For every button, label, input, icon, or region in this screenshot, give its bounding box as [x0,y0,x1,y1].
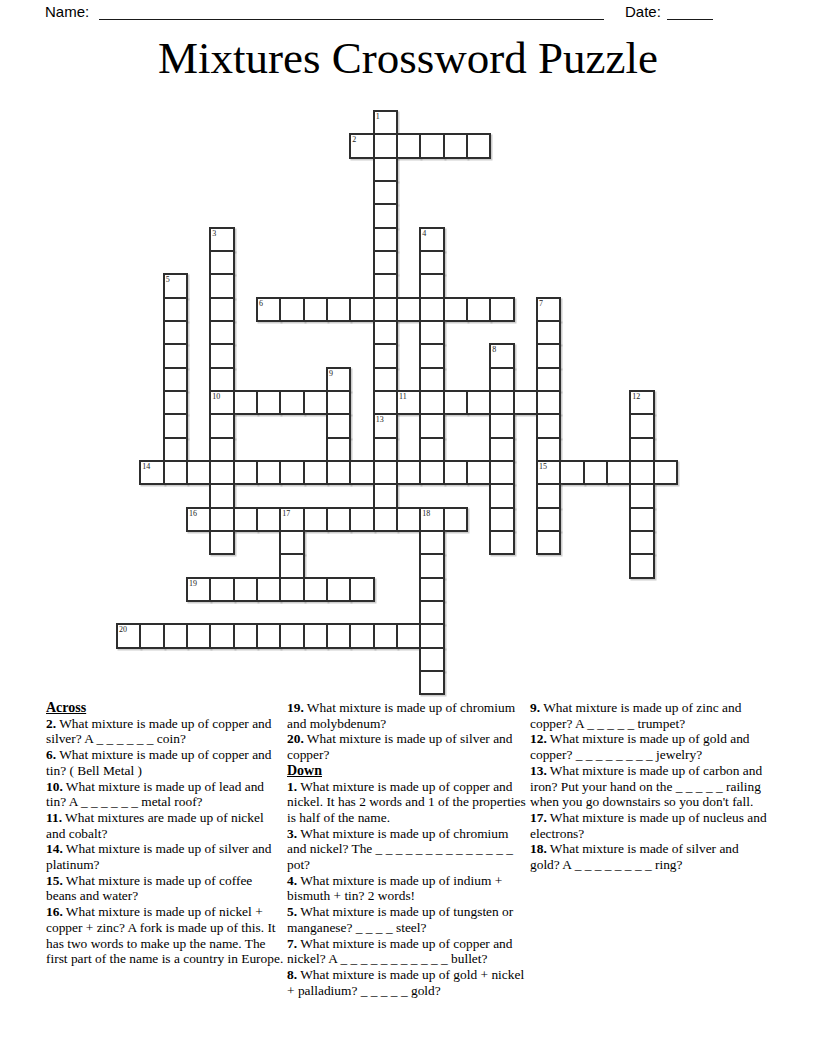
cell-r11c4[interactable] [209,367,234,392]
clue-across-20: 20. What mixture is made up of silver an… [287,731,527,762]
clue-down-1: 1. What mixture is made up of copper and… [287,779,527,826]
cell-r12c5[interactable] [233,390,258,415]
clue-across-2: 2. What mixture is made up of copper and… [46,716,286,747]
clue-number-20: 20 [119,625,127,634]
cell-r15c23[interactable] [653,460,678,485]
cell-r13c2[interactable] [163,413,188,438]
cell-r12c15[interactable] [466,390,491,415]
cell-r16c18[interactable] [536,483,561,508]
name-label: Name: [45,3,89,20]
worksheet-header: Name: Date: [0,0,816,28]
cell-r10c4[interactable] [209,343,234,368]
cell-r16c4[interactable] [209,483,234,508]
clue-number-19: 19 [189,579,197,588]
cell-r15c14[interactable] [443,460,468,485]
clue-number-9: 9 [329,369,333,378]
cell-r15c18[interactable]: 15 [536,460,561,485]
clue-number-16: 16 [189,509,197,518]
cell-r17c7[interactable]: 17 [279,507,304,532]
cell-r16c16[interactable] [489,483,514,508]
cell-r8c13[interactable] [419,297,444,322]
cell-r13c16[interactable] [489,413,514,438]
cell-r15c6[interactable] [256,460,281,485]
cell-r9c11[interactable] [373,320,398,345]
cell-r1c12[interactable] [396,133,421,158]
name-fill-line[interactable] [99,3,604,20]
clue-number-7: 7 [539,299,543,308]
cell-r15c22[interactable] [629,460,654,485]
cell-r20c6[interactable] [256,577,281,602]
cell-r9c13[interactable] [419,320,444,345]
cell-r8c9[interactable] [326,297,351,322]
cell-r10c2[interactable] [163,343,188,368]
cell-r12c8[interactable] [303,390,328,415]
cell-r17c5[interactable] [233,507,258,532]
cell-r14c16[interactable] [489,437,514,462]
clue-number-12: 12 [632,392,640,401]
cell-r15c2[interactable] [163,460,188,485]
clue-down-9: 9. What mixture is made up of zinc and c… [530,700,770,731]
cell-r1c15[interactable] [466,133,491,158]
cell-r22c0[interactable]: 20 [116,623,141,648]
cell-r5c13[interactable]: 4 [419,227,444,252]
cell-r17c9[interactable] [326,507,351,532]
cell-r13c13[interactable] [419,413,444,438]
clue-number-1: 1 [376,112,380,121]
cell-r12c22[interactable]: 12 [629,390,654,415]
cell-r11c16[interactable] [489,367,514,392]
cell-r24c13[interactable] [419,670,444,695]
cell-r12c7[interactable] [279,390,304,415]
cell-r9c4[interactable] [209,320,234,345]
cell-r20c5[interactable] [233,577,258,602]
cell-r15c4[interactable] [209,460,234,485]
cell-r17c11[interactable] [373,507,398,532]
cell-r22c1[interactable] [139,623,164,648]
cell-r13c9[interactable] [326,413,351,438]
clue-across-10: 10. What mixture is made up of lead and … [46,779,286,810]
cell-r8c11[interactable] [373,297,398,322]
cell-r15c10[interactable] [349,460,374,485]
cell-r8c16[interactable] [489,297,514,322]
clue-number-6: 6 [259,299,263,308]
cell-r13c11[interactable]: 13 [373,413,398,438]
cell-r22c9[interactable] [326,623,351,648]
cell-r1c13[interactable] [419,133,444,158]
clue-number-13: 13 [376,415,384,424]
cell-r15c20[interactable] [583,460,608,485]
cell-r14c9[interactable] [326,437,351,462]
cell-r18c13[interactable] [419,530,444,555]
cell-r19c7[interactable] [279,553,304,578]
date-fill-line[interactable] [667,3,713,20]
clue-column-1: Across2. What mixture is made up of copp… [46,700,286,967]
clue-number-14: 14 [142,462,150,471]
cell-r17c10[interactable] [349,507,374,532]
cell-r15c3[interactable] [186,460,211,485]
cell-r15c11[interactable] [373,460,398,485]
cell-r3c11[interactable] [373,180,398,205]
cell-r4c11[interactable] [373,203,398,228]
cell-r6c13[interactable] [419,250,444,275]
clue-across-16: 16. What mixture is made up of nickel + … [46,904,286,967]
cell-r22c6[interactable] [256,623,281,648]
cell-r8c10[interactable] [349,297,374,322]
clue-number-4: 4 [422,229,426,238]
cell-r15c21[interactable] [606,460,631,485]
cell-r12c16[interactable] [489,390,514,415]
worksheet-page: Name: Date: Mixtures Crossword Puzzle 12… [0,0,816,1056]
clue-across-15: 15. What mixture is made up of coffee be… [46,873,286,904]
cell-r8c4[interactable] [209,297,234,322]
cell-r7c4[interactable] [209,273,234,298]
clue-across-14: 14. What mixture is made up of silver an… [46,841,286,872]
cell-r7c11[interactable] [373,273,398,298]
cell-r10c11[interactable] [373,343,398,368]
cell-r22c4[interactable] [209,623,234,648]
page-title: Mixtures Crossword Puzzle [0,32,816,84]
cell-r17c22[interactable] [629,507,654,532]
cell-r20c13[interactable] [419,577,444,602]
cell-r8c2[interactable] [163,297,188,322]
cell-r15c12[interactable] [396,460,421,485]
cell-r15c15[interactable] [466,460,491,485]
cell-r6c11[interactable] [373,250,398,275]
clue-down-7: 7. What mixture is made up of copper and… [287,936,527,967]
cell-r22c3[interactable] [186,623,211,648]
cell-r23c13[interactable] [419,647,444,672]
cell-r17c3[interactable]: 16 [186,507,211,532]
cell-r17c6[interactable] [256,507,281,532]
clue-number-15: 15 [539,462,547,471]
cell-r7c13[interactable] [419,273,444,298]
cell-r12c18[interactable] [536,390,561,415]
cell-r8c15[interactable] [466,297,491,322]
cell-r14c18[interactable] [536,437,561,462]
cell-r16c22[interactable] [629,483,654,508]
down-header: Down [287,763,527,779]
cell-r14c11[interactable] [373,437,398,462]
cell-r17c14[interactable] [443,507,468,532]
clue-down-12: 12. What mixture is made up of gold and … [530,731,770,762]
clue-number-5: 5 [166,275,170,284]
cell-r15c7[interactable] [279,460,304,485]
cell-r18c7[interactable] [279,530,304,555]
cell-r11c2[interactable] [163,367,188,392]
cell-r6c4[interactable] [209,250,234,275]
clue-down-13: 13. What mixture is made up of carbon an… [530,763,770,810]
cell-r14c4[interactable] [209,437,234,462]
clue-down-18: 18. What mixture is made of silver and g… [530,841,770,872]
clue-number-18: 18 [422,509,430,518]
cell-r19c22[interactable] [629,553,654,578]
cell-r14c13[interactable] [419,437,444,462]
cell-r22c12[interactable] [396,623,421,648]
cell-r9c18[interactable] [536,320,561,345]
cell-r12c11[interactable] [373,390,398,415]
cell-r15c5[interactable] [233,460,258,485]
cell-r14c22[interactable] [629,437,654,462]
cell-r22c13[interactable] [419,623,444,648]
clue-column-3: 9. What mixture is made up of zinc and c… [530,700,770,873]
cell-r17c16[interactable] [489,507,514,532]
cell-r5c11[interactable] [373,227,398,252]
cell-r22c7[interactable] [279,623,304,648]
cell-r10c13[interactable] [419,343,444,368]
clue-number-2: 2 [352,135,356,144]
cell-r12c17[interactable] [513,390,538,415]
cell-r1c14[interactable] [443,133,468,158]
clue-down-8: 8. What mixture is made up of gold + nic… [287,967,527,998]
cell-r15c8[interactable] [303,460,328,485]
cell-r17c8[interactable] [303,507,328,532]
cell-r22c2[interactable] [163,623,188,648]
cell-r12c12[interactable]: 11 [396,390,421,415]
cell-r9c2[interactable] [163,320,188,345]
cell-r8c6[interactable]: 6 [256,297,281,322]
clue-down-5: 5. What mixture is made up of tungsten o… [287,904,527,935]
cell-r12c6[interactable] [256,390,281,415]
clue-column-2: 19. What mixture is made up of chromium … [287,700,527,998]
date-label: Date: [625,3,661,20]
cell-r15c19[interactable] [559,460,584,485]
cell-r20c10[interactable] [349,577,374,602]
cell-r12c13[interactable] [419,390,444,415]
cell-r14c2[interactable] [163,437,188,462]
cell-r8c18[interactable]: 7 [536,297,561,322]
cell-r19c13[interactable] [419,553,444,578]
clue-across-11: 11. What mixtures are made up of nickel … [46,810,286,841]
clue-down-3: 3. What mixture is made up of chromium a… [287,826,527,873]
crossword-grid: 1234567891011121314151617181920 [116,110,678,696]
cell-r11c13[interactable] [419,367,444,392]
cell-r22c10[interactable] [349,623,374,648]
cell-r22c11[interactable] [373,623,398,648]
cell-r10c18[interactable] [536,343,561,368]
clue-number-17: 17 [282,509,290,518]
cell-r17c13[interactable]: 18 [419,507,444,532]
clue-across-6: 6. What mixture is made up of copper and… [46,747,286,778]
clue-number-8: 8 [492,345,496,354]
cell-r20c8[interactable] [303,577,328,602]
cell-r1c10[interactable]: 2 [349,133,374,158]
cell-r1c11[interactable] [373,133,398,158]
cell-r13c22[interactable] [629,413,654,438]
cell-r20c4[interactable] [209,577,234,602]
clue-down-17: 17. What mixture is made up of nucleus a… [530,810,770,841]
cell-r8c7[interactable] [279,297,304,322]
cell-r11c9[interactable]: 9 [326,367,351,392]
cell-r13c18[interactable] [536,413,561,438]
clue-number-10: 10 [212,392,220,401]
cell-r15c16[interactable] [489,460,514,485]
cell-r20c9[interactable] [326,577,351,602]
cell-r2c11[interactable] [373,157,398,182]
cell-r17c12[interactable] [396,507,421,532]
cell-r0c11[interactable]: 1 [373,110,398,135]
cell-r12c14[interactable] [443,390,468,415]
cell-r12c2[interactable] [163,390,188,415]
across-header: Across [46,700,286,716]
cell-r11c18[interactable] [536,367,561,392]
cell-r11c11[interactable] [373,367,398,392]
cell-r20c3[interactable]: 19 [186,577,211,602]
cell-r7c2[interactable]: 5 [163,273,188,298]
clue-across-19: 19. What mixture is made up of chromium … [287,700,527,731]
cell-r8c8[interactable] [303,297,328,322]
cell-r8c14[interactable] [443,297,468,322]
cell-r16c11[interactable] [373,483,398,508]
cell-r21c13[interactable] [419,600,444,625]
cell-r15c9[interactable] [326,460,351,485]
cell-r17c4[interactable] [209,507,234,532]
clue-number-11: 11 [399,392,407,401]
clue-number-3: 3 [212,229,216,238]
cell-r20c7[interactable] [279,577,304,602]
cell-r18c18[interactable] [536,530,561,555]
cell-r17c18[interactable] [536,507,561,532]
cell-r18c22[interactable] [629,530,654,555]
cell-r5c4[interactable]: 3 [209,227,234,252]
cell-r12c9[interactable] [326,390,351,415]
cell-r22c8[interactable] [303,623,328,648]
cell-r18c16[interactable] [489,530,514,555]
cell-r18c4[interactable] [209,530,234,555]
clue-down-4: 4. What mixture is made up of indium + b… [287,873,527,904]
cell-r15c1[interactable]: 14 [139,460,164,485]
cell-r22c5[interactable] [233,623,258,648]
cell-r12c4[interactable]: 10 [209,390,234,415]
cell-r13c4[interactable] [209,413,234,438]
cell-r15c13[interactable] [419,460,444,485]
cell-r10c16[interactable]: 8 [489,343,514,368]
cell-r8c12[interactable] [396,297,421,322]
